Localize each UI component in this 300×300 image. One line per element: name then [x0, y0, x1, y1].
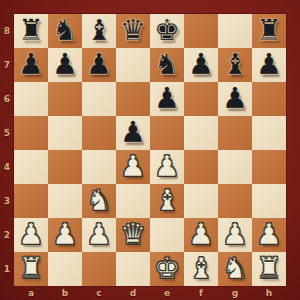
square-a4[interactable]	[14, 150, 48, 184]
piece-white-knight[interactable]: ♞	[86, 186, 112, 215]
piece-white-rook[interactable]: ♜	[256, 254, 282, 283]
square-d5[interactable]: ♟	[116, 116, 150, 150]
square-e7[interactable]: ♞	[150, 48, 184, 82]
piece-black-pawn[interactable]: ♟	[86, 50, 112, 79]
piece-black-knight[interactable]: ♞	[154, 50, 180, 79]
square-d7[interactable]	[116, 48, 150, 82]
square-c5[interactable]	[82, 116, 116, 150]
square-e1[interactable]: ♚	[150, 252, 184, 286]
square-f4[interactable]	[184, 150, 218, 184]
square-h4[interactable]	[252, 150, 286, 184]
piece-black-pawn[interactable]: ♟	[222, 84, 248, 113]
file-label-a: a	[14, 286, 48, 300]
square-c7[interactable]: ♟	[82, 48, 116, 82]
square-h5[interactable]	[252, 116, 286, 150]
square-f6[interactable]	[184, 82, 218, 116]
square-d3[interactable]	[116, 184, 150, 218]
piece-black-pawn[interactable]: ♟	[256, 50, 282, 79]
rank-label-4: 4	[0, 150, 14, 184]
square-e3[interactable]: ♝	[150, 184, 184, 218]
file-label-f: f	[184, 286, 218, 300]
square-g8[interactable]	[218, 14, 252, 48]
square-g5[interactable]	[218, 116, 252, 150]
square-b2[interactable]: ♟	[48, 218, 82, 252]
square-a6[interactable]	[14, 82, 48, 116]
piece-black-pawn[interactable]: ♟	[18, 50, 44, 79]
rank-label-2: 2	[0, 218, 14, 252]
square-c2[interactable]: ♟	[82, 218, 116, 252]
square-b8[interactable]: ♞	[48, 14, 82, 48]
square-b6[interactable]	[48, 82, 82, 116]
file-label-b: b	[48, 286, 82, 300]
piece-white-bishop[interactable]: ♝	[188, 254, 214, 283]
square-g7[interactable]: ♝	[218, 48, 252, 82]
piece-white-king[interactable]: ♚	[154, 254, 180, 283]
piece-white-bishop[interactable]: ♝	[154, 186, 180, 215]
square-a5[interactable]	[14, 116, 48, 150]
square-h1[interactable]: ♜	[252, 252, 286, 286]
piece-white-pawn[interactable]: ♟	[256, 220, 282, 249]
file-label-h: h	[252, 286, 286, 300]
rank-label-7: 7	[0, 48, 14, 82]
square-g2[interactable]: ♟	[218, 218, 252, 252]
square-h6[interactable]	[252, 82, 286, 116]
square-f7[interactable]: ♟	[184, 48, 218, 82]
piece-black-rook[interactable]: ♜	[18, 16, 44, 45]
piece-white-pawn[interactable]: ♟	[86, 220, 112, 249]
rank-label-8: 8	[0, 14, 14, 48]
square-b5[interactable]	[48, 116, 82, 150]
piece-black-queen[interactable]: ♛	[120, 16, 146, 45]
piece-black-bishop[interactable]: ♝	[222, 50, 248, 79]
chess-diagram-frame: 87654321 abcdefgh ♜♞♝♛♚♜♟♟♟♞♟♝♟♟♟♟♟♟♞♝♟♟…	[0, 0, 300, 300]
square-f5[interactable]	[184, 116, 218, 150]
square-h3[interactable]	[252, 184, 286, 218]
file-label-d: d	[116, 286, 150, 300]
square-e2[interactable]	[150, 218, 184, 252]
square-a3[interactable]	[14, 184, 48, 218]
rank-label-5: 5	[0, 116, 14, 150]
square-c4[interactable]	[82, 150, 116, 184]
piece-white-pawn[interactable]: ♟	[154, 152, 180, 181]
square-f2[interactable]: ♟	[184, 218, 218, 252]
piece-black-pawn[interactable]: ♟	[154, 84, 180, 113]
rank-label-6: 6	[0, 82, 14, 116]
file-labels: abcdefgh	[14, 286, 286, 300]
piece-black-pawn[interactable]: ♟	[52, 50, 78, 79]
square-c3[interactable]: ♞	[82, 184, 116, 218]
piece-white-knight[interactable]: ♞	[222, 254, 248, 283]
square-h2[interactable]: ♟	[252, 218, 286, 252]
square-c8[interactable]: ♝	[82, 14, 116, 48]
square-c6[interactable]	[82, 82, 116, 116]
rank-labels: 87654321	[0, 14, 14, 286]
square-d6[interactable]	[116, 82, 150, 116]
file-label-c: c	[82, 286, 116, 300]
square-b3[interactable]	[48, 184, 82, 218]
square-e8[interactable]: ♚	[150, 14, 184, 48]
square-g4[interactable]	[218, 150, 252, 184]
square-a8[interactable]: ♜	[14, 14, 48, 48]
square-b7[interactable]: ♟	[48, 48, 82, 82]
piece-white-pawn[interactable]: ♟	[52, 220, 78, 249]
square-f8[interactable]	[184, 14, 218, 48]
square-h7[interactable]: ♟	[252, 48, 286, 82]
square-d1[interactable]	[116, 252, 150, 286]
piece-white-pawn[interactable]: ♟	[120, 152, 146, 181]
square-a1[interactable]: ♜	[14, 252, 48, 286]
square-d2[interactable]: ♛	[116, 218, 150, 252]
piece-black-knight[interactable]: ♞	[52, 16, 78, 45]
file-label-e: e	[150, 286, 184, 300]
square-g6[interactable]: ♟	[218, 82, 252, 116]
piece-white-pawn[interactable]: ♟	[18, 220, 44, 249]
square-b4[interactable]	[48, 150, 82, 184]
piece-white-rook[interactable]: ♜	[18, 254, 44, 283]
square-d8[interactable]: ♛	[116, 14, 150, 48]
file-label-g: g	[218, 286, 252, 300]
square-e4[interactable]: ♟	[150, 150, 184, 184]
square-e5[interactable]	[150, 116, 184, 150]
square-a2[interactable]: ♟	[14, 218, 48, 252]
piece-white-queen[interactable]: ♛	[120, 220, 146, 249]
square-a7[interactable]: ♟	[14, 48, 48, 82]
piece-white-pawn[interactable]: ♟	[222, 220, 248, 249]
piece-black-bishop[interactable]: ♝	[86, 16, 112, 45]
piece-white-pawn[interactable]: ♟	[188, 220, 214, 249]
square-f1[interactable]: ♝	[184, 252, 218, 286]
square-h8[interactable]: ♜	[252, 14, 286, 48]
square-b1[interactable]	[48, 252, 82, 286]
piece-black-rook[interactable]: ♜	[256, 16, 282, 45]
square-f3[interactable]	[184, 184, 218, 218]
chess-board: ♜♞♝♛♚♜♟♟♟♞♟♝♟♟♟♟♟♟♞♝♟♟♟♛♟♟♟♜♚♝♞♜	[14, 14, 286, 286]
piece-black-king[interactable]: ♚	[154, 16, 180, 45]
square-e6[interactable]: ♟	[150, 82, 184, 116]
rank-label-1: 1	[0, 252, 14, 286]
rank-label-3: 3	[0, 184, 14, 218]
piece-black-pawn[interactable]: ♟	[188, 50, 214, 79]
square-d4[interactable]: ♟	[116, 150, 150, 184]
square-c1[interactable]	[82, 252, 116, 286]
square-g3[interactable]	[218, 184, 252, 218]
square-g1[interactable]: ♞	[218, 252, 252, 286]
piece-black-pawn[interactable]: ♟	[120, 118, 146, 147]
